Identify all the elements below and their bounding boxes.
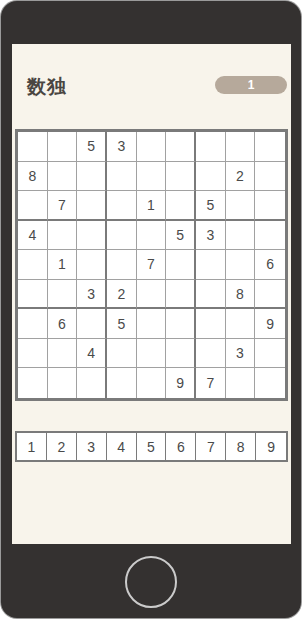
cell-r2c5[interactable] xyxy=(137,162,167,192)
counter-badge-label: 1 xyxy=(248,78,255,92)
cell-r9c8[interactable] xyxy=(226,368,256,398)
numpad-1[interactable]: 1 xyxy=(17,433,47,460)
cell-r8c9[interactable] xyxy=(255,339,285,369)
cell-r5c8[interactable] xyxy=(226,250,256,280)
cell-r8c1[interactable] xyxy=(18,339,48,369)
cell-r7c4[interactable]: 5 xyxy=(107,309,137,339)
cell-r4c7[interactable]: 3 xyxy=(196,221,226,251)
cell-r7c9[interactable]: 9 xyxy=(255,309,285,339)
cell-r6c2[interactable] xyxy=(48,280,78,310)
cell-r1c3[interactable]: 5 xyxy=(77,132,107,162)
cell-r4c6[interactable]: 5 xyxy=(166,221,196,251)
cell-r3c3[interactable] xyxy=(77,191,107,221)
cell-r4c5[interactable] xyxy=(137,221,167,251)
cell-r1c8[interactable] xyxy=(226,132,256,162)
cell-r5c5[interactable]: 7 xyxy=(137,250,167,280)
cell-r8c6[interactable] xyxy=(166,339,196,369)
phone-frame: 数独 1 53827154531763286594397 123456789 xyxy=(1,1,301,618)
cell-r6c9[interactable] xyxy=(255,280,285,310)
cell-r9c3[interactable] xyxy=(77,368,107,398)
cell-r6c8[interactable]: 8 xyxy=(226,280,256,310)
cell-r7c2[interactable]: 6 xyxy=(48,309,78,339)
numpad-4[interactable]: 4 xyxy=(107,433,137,460)
cell-r3c8[interactable] xyxy=(226,191,256,221)
cell-r2c6[interactable] xyxy=(166,162,196,192)
cell-r4c1[interactable]: 4 xyxy=(18,221,48,251)
cell-r7c1[interactable] xyxy=(18,309,48,339)
numpad-7[interactable]: 7 xyxy=(196,433,226,460)
app-screen: 数独 1 53827154531763286594397 123456789 xyxy=(12,44,291,544)
cell-r4c8[interactable] xyxy=(226,221,256,251)
sudoku-grid: 53827154531763286594397 xyxy=(15,129,288,401)
cell-r6c3[interactable]: 3 xyxy=(77,280,107,310)
cell-r7c5[interactable] xyxy=(137,309,167,339)
numpad-2[interactable]: 2 xyxy=(47,433,77,460)
cell-r8c8[interactable]: 3 xyxy=(226,339,256,369)
cell-r3c7[interactable]: 5 xyxy=(196,191,226,221)
cell-r6c4[interactable]: 2 xyxy=(107,280,137,310)
cell-r5c1[interactable] xyxy=(18,250,48,280)
cell-r1c7[interactable] xyxy=(196,132,226,162)
cell-r2c1[interactable]: 8 xyxy=(18,162,48,192)
cell-r9c5[interactable] xyxy=(137,368,167,398)
cell-r2c9[interactable] xyxy=(255,162,285,192)
cell-r7c6[interactable] xyxy=(166,309,196,339)
cell-r8c2[interactable] xyxy=(48,339,78,369)
cell-r8c3[interactable]: 4 xyxy=(77,339,107,369)
page-title: 数独 xyxy=(27,74,67,100)
cell-r7c7[interactable] xyxy=(196,309,226,339)
home-button-icon[interactable] xyxy=(125,556,177,608)
cell-r5c7[interactable] xyxy=(196,250,226,280)
cell-r5c6[interactable] xyxy=(166,250,196,280)
cell-r8c7[interactable] xyxy=(196,339,226,369)
cell-r1c2[interactable] xyxy=(48,132,78,162)
numpad-3[interactable]: 3 xyxy=(77,433,107,460)
cell-r9c7[interactable]: 7 xyxy=(196,368,226,398)
cell-r8c4[interactable] xyxy=(107,339,137,369)
cell-r9c4[interactable] xyxy=(107,368,137,398)
numpad-5[interactable]: 5 xyxy=(137,433,167,460)
cell-r2c3[interactable] xyxy=(77,162,107,192)
cell-r7c8[interactable] xyxy=(226,309,256,339)
cell-r5c9[interactable]: 6 xyxy=(255,250,285,280)
cell-r8c5[interactable] xyxy=(137,339,167,369)
cell-r6c5[interactable] xyxy=(137,280,167,310)
cell-r4c9[interactable] xyxy=(255,221,285,251)
cell-r9c9[interactable] xyxy=(255,368,285,398)
numpad-9[interactable]: 9 xyxy=(256,433,286,460)
cell-r2c4[interactable] xyxy=(107,162,137,192)
cell-r3c1[interactable] xyxy=(18,191,48,221)
cell-r4c2[interactable] xyxy=(48,221,78,251)
cell-r4c3[interactable] xyxy=(77,221,107,251)
cell-r1c5[interactable] xyxy=(137,132,167,162)
cell-r3c2[interactable]: 7 xyxy=(48,191,78,221)
cell-r9c1[interactable] xyxy=(18,368,48,398)
cell-r9c2[interactable] xyxy=(48,368,78,398)
numpad-8[interactable]: 8 xyxy=(226,433,256,460)
cell-r5c2[interactable]: 1 xyxy=(48,250,78,280)
cell-r5c4[interactable] xyxy=(107,250,137,280)
number-pad: 123456789 xyxy=(15,431,288,462)
cell-r2c2[interactable] xyxy=(48,162,78,192)
cell-r4c4[interactable] xyxy=(107,221,137,251)
cell-r1c9[interactable] xyxy=(255,132,285,162)
counter-badge[interactable]: 1 xyxy=(215,76,287,94)
cell-r6c6[interactable] xyxy=(166,280,196,310)
cell-r3c6[interactable] xyxy=(166,191,196,221)
cell-r6c1[interactable] xyxy=(18,280,48,310)
cell-r5c3[interactable] xyxy=(77,250,107,280)
cell-r6c7[interactable] xyxy=(196,280,226,310)
cell-r1c1[interactable] xyxy=(18,132,48,162)
cell-r7c3[interactable] xyxy=(77,309,107,339)
cell-r1c4[interactable]: 3 xyxy=(107,132,137,162)
cell-r2c7[interactable] xyxy=(196,162,226,192)
cell-r3c9[interactable] xyxy=(255,191,285,221)
cell-r2c8[interactable]: 2 xyxy=(226,162,256,192)
cell-r3c5[interactable]: 1 xyxy=(137,191,167,221)
cell-r9c6[interactable]: 9 xyxy=(166,368,196,398)
cell-r1c6[interactable] xyxy=(166,132,196,162)
numpad-6[interactable]: 6 xyxy=(166,433,196,460)
cell-r3c4[interactable] xyxy=(107,191,137,221)
